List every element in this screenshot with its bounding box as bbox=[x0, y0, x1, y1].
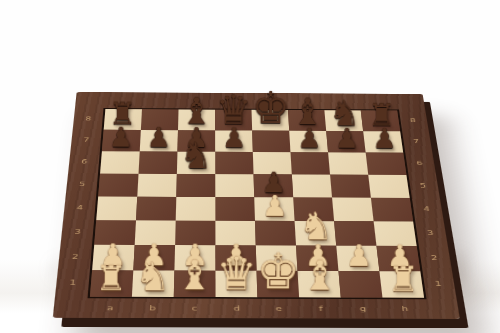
file-label-a: a bbox=[103, 305, 118, 312]
rank-label-right-2: 2 bbox=[427, 255, 441, 261]
black-bishop-f8: ♝ bbox=[292, 94, 324, 130]
rank-label-left-7: 7 bbox=[80, 137, 93, 142]
rank-label-right-1: 1 bbox=[431, 281, 446, 288]
square-f7: ♟ bbox=[289, 131, 328, 153]
square-b5 bbox=[137, 174, 177, 197]
rank-label-left-8: 8 bbox=[82, 116, 95, 121]
square-g3 bbox=[334, 221, 376, 246]
square-g5 bbox=[330, 175, 371, 198]
file-label-h: h bbox=[397, 306, 412, 313]
chessboard-frame: ♜♝♛♚♝♞♜♟♟♟♟♟♟♟♞♟♟♞♟♟♟♟♟♟♟♜♞♝♛♚♝♜ abcdefg… bbox=[53, 92, 460, 319]
square-a6 bbox=[100, 151, 140, 173]
square-h8: ♜ bbox=[361, 110, 400, 131]
square-b2: ♟ bbox=[133, 245, 175, 271]
rank-label-right-8: 8 bbox=[406, 118, 419, 123]
rank-label-right-6: 6 bbox=[413, 161, 426, 167]
square-e3 bbox=[255, 221, 296, 246]
square-a7: ♟ bbox=[102, 130, 141, 152]
white-pawn-f2: ♟ bbox=[305, 241, 332, 271]
square-c6: ♞ bbox=[177, 152, 215, 174]
square-e4: ♟ bbox=[254, 197, 294, 221]
square-d2: ♟ bbox=[215, 245, 256, 271]
square-e2 bbox=[256, 245, 298, 271]
square-e5: ♟ bbox=[254, 174, 294, 197]
square-h3 bbox=[374, 221, 417, 246]
square-a4 bbox=[96, 196, 137, 220]
square-f8: ♝ bbox=[288, 110, 326, 131]
square-a8: ♜ bbox=[104, 109, 142, 130]
rank-label-left-5: 5 bbox=[75, 182, 88, 188]
square-h1: ♜ bbox=[379, 271, 424, 297]
square-b8 bbox=[141, 109, 179, 130]
square-c3 bbox=[175, 221, 215, 246]
square-e6 bbox=[253, 152, 292, 174]
square-f6 bbox=[290, 152, 330, 174]
square-h7: ♟ bbox=[363, 131, 403, 153]
perspective-scene: ♜♝♛♚♝♞♜♟♟♟♟♟♟♟♞♟♟♞♟♟♟♟♟♟♟♜♞♝♛♚♝♜ abcdefg… bbox=[0, 0, 500, 333]
square-g6 bbox=[328, 152, 368, 174]
file-label-d: d bbox=[230, 305, 244, 312]
square-d4 bbox=[215, 197, 255, 221]
square-h6 bbox=[366, 153, 407, 175]
square-c2: ♟ bbox=[174, 245, 215, 271]
square-c8: ♝ bbox=[178, 109, 215, 130]
chessboard-squares: ♜♝♛♚♝♞♜♟♟♟♟♟♟♟♞♟♟♞♟♟♟♟♟♟♟♜♞♝♛♚♝♜ bbox=[88, 108, 427, 299]
square-d5 bbox=[215, 174, 254, 197]
file-label-f: f bbox=[314, 306, 329, 313]
square-f2: ♟ bbox=[296, 246, 338, 272]
rank-label-right-4: 4 bbox=[420, 206, 434, 212]
square-h4 bbox=[371, 198, 413, 222]
photo-stage: ♜♝♛♚♝♞♜♟♟♟♟♟♟♟♞♟♟♞♟♟♟♟♟♟♟♜♞♝♛♚♝♜ abcdefg… bbox=[0, 0, 500, 333]
square-a1: ♜ bbox=[90, 270, 133, 297]
square-b3 bbox=[135, 220, 176, 245]
square-f4 bbox=[293, 197, 334, 221]
square-f5 bbox=[292, 174, 332, 197]
square-b1: ♞ bbox=[132, 270, 175, 296]
rank-label-left-1: 1 bbox=[65, 280, 79, 287]
square-d3 bbox=[215, 221, 255, 246]
square-g8: ♞ bbox=[324, 110, 363, 131]
square-a3 bbox=[94, 220, 136, 245]
square-f3: ♞ bbox=[295, 221, 337, 246]
square-g2: ♟ bbox=[336, 246, 379, 272]
rank-label-right-3: 3 bbox=[423, 230, 437, 236]
rank-label-right-5: 5 bbox=[416, 183, 430, 189]
square-e7 bbox=[252, 131, 290, 153]
square-g7: ♟ bbox=[326, 131, 365, 153]
square-b6 bbox=[139, 152, 178, 174]
rank-label-left-6: 6 bbox=[77, 159, 90, 165]
square-a2: ♟ bbox=[92, 245, 135, 271]
square-g4 bbox=[332, 197, 374, 221]
black-knight-g8: ♞ bbox=[329, 95, 361, 130]
square-d1: ♛ bbox=[216, 271, 258, 297]
square-g1 bbox=[338, 271, 382, 297]
square-b7: ♟ bbox=[140, 130, 178, 152]
square-d7: ♟ bbox=[215, 130, 253, 152]
file-label-b: b bbox=[145, 305, 159, 312]
square-c4 bbox=[176, 197, 216, 221]
rank-label-left-3: 3 bbox=[70, 229, 84, 235]
square-a5 bbox=[98, 174, 138, 197]
square-c5 bbox=[176, 174, 215, 197]
square-e8: ♚ bbox=[252, 110, 290, 131]
black-king-e8: ♚ bbox=[251, 87, 290, 130]
square-c7: ♟ bbox=[177, 130, 215, 152]
square-d6 bbox=[215, 152, 253, 174]
file-label-g: g bbox=[355, 306, 370, 313]
rank-label-left-2: 2 bbox=[68, 254, 82, 260]
file-label-e: e bbox=[272, 305, 286, 312]
white-pawn-d2: ♟ bbox=[223, 240, 250, 270]
file-label-c: c bbox=[187, 305, 201, 312]
black-rook-a8: ♜ bbox=[108, 98, 136, 129]
black-bishop-c8: ♝ bbox=[180, 94, 213, 130]
square-h2: ♟ bbox=[376, 246, 420, 272]
square-f1: ♝ bbox=[298, 271, 341, 297]
square-h5 bbox=[368, 175, 409, 198]
black-queen-d8: ♛ bbox=[216, 90, 252, 130]
white-pawn-h2: ♟ bbox=[387, 241, 414, 271]
black-rook-h8: ♜ bbox=[368, 100, 396, 131]
white-pawn-g2: ♟ bbox=[346, 241, 373, 271]
white-pawn-b2: ♟ bbox=[141, 240, 168, 270]
square-e1: ♚ bbox=[257, 271, 300, 297]
rank-label-right-7: 7 bbox=[409, 139, 422, 144]
square-b4 bbox=[136, 197, 176, 221]
square-d8: ♛ bbox=[215, 110, 252, 131]
rank-label-left-4: 4 bbox=[73, 205, 87, 211]
square-c1: ♝ bbox=[174, 271, 216, 297]
white-pawn-c2: ♟ bbox=[182, 240, 209, 270]
